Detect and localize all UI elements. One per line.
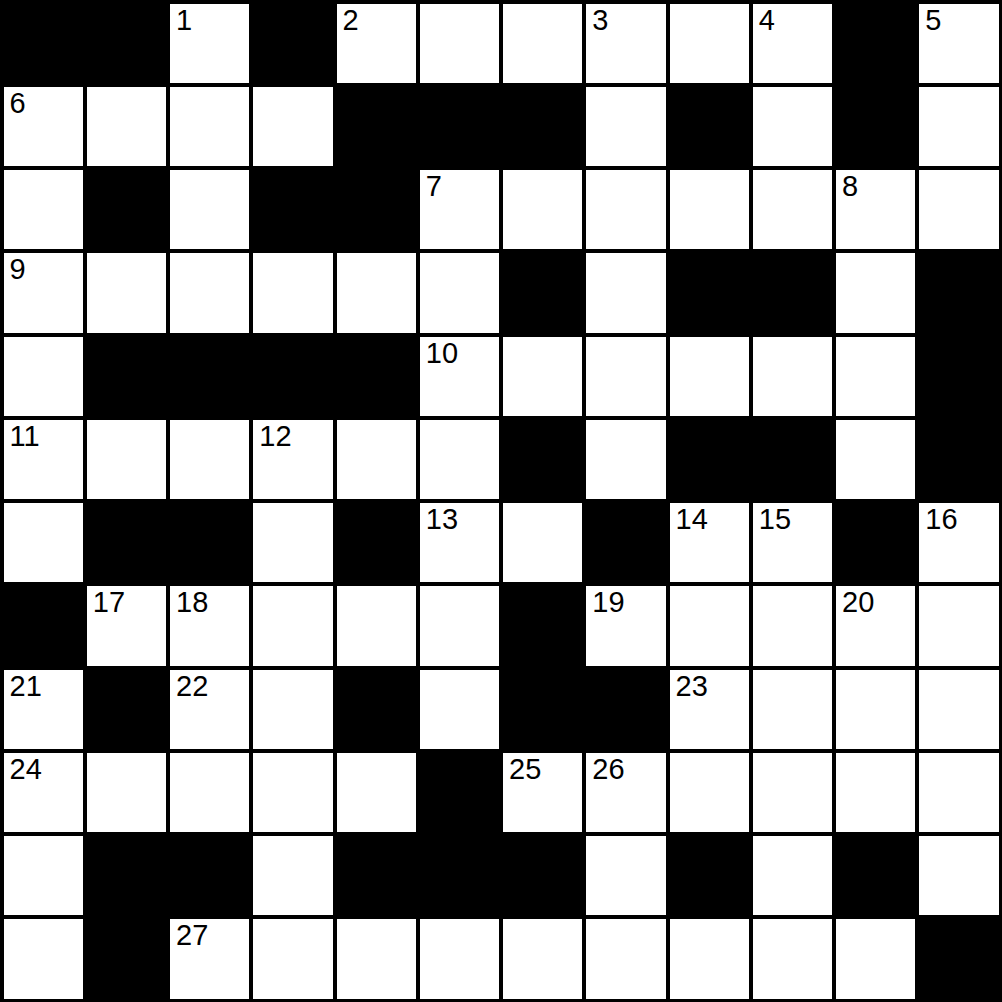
black-cell-r4-c1 [85,335,168,418]
black-cell-r1-c6 [501,85,584,168]
white-cell-r5-c10[interactable] [834,418,917,501]
clue-number: 25 [509,754,541,784]
white-cell-r4-c8[interactable] [668,335,751,418]
white-cell-r5-c0[interactable]: 11 [2,418,85,501]
white-cell-r10-c11[interactable] [917,834,1000,917]
clue-number: 1 [176,5,192,35]
white-cell-r7-c5[interactable] [418,584,501,667]
white-cell-r7-c8[interactable] [668,584,751,667]
white-cell-r4-c9[interactable] [751,335,834,418]
white-cell-r9-c2[interactable] [168,751,251,834]
black-cell-r9-c5 [418,751,501,834]
black-cell-r7-c0 [2,584,85,667]
white-cell-r8-c3[interactable] [251,668,334,751]
clue-number: 6 [10,88,26,118]
white-cell-r0-c8[interactable] [668,2,751,85]
white-cell-r11-c4[interactable] [335,917,418,1000]
white-cell-r8-c9[interactable] [751,668,834,751]
white-cell-r1-c2[interactable] [168,85,251,168]
black-cell-r1-c4 [335,85,418,168]
black-cell-r4-c2 [168,335,251,418]
white-cell-r11-c0[interactable] [2,917,85,1000]
white-cell-r2-c8[interactable] [668,168,751,251]
black-cell-r2-c3 [251,168,334,251]
clue-number: 4 [759,5,775,35]
clue-number: 2 [343,5,359,35]
clue-number: 11 [10,421,40,451]
clue-number: 27 [176,920,208,950]
white-cell-r10-c0[interactable] [2,834,85,917]
clue-number: 19 [592,587,624,617]
clue-number: 21 [10,671,42,701]
black-cell-r8-c6 [501,668,584,751]
white-cell-r11-c7[interactable] [584,917,667,1000]
white-cell-r0-c9[interactable]: 4 [751,2,834,85]
white-cell-r11-c3[interactable] [251,917,334,1000]
white-cell-r0-c4[interactable]: 2 [335,2,418,85]
white-cell-r5-c2[interactable] [168,418,251,501]
white-cell-r11-c9[interactable] [751,917,834,1000]
white-cell-r11-c6[interactable] [501,917,584,1000]
clue-number: 8 [842,171,858,201]
white-cell-r9-c8[interactable] [668,751,751,834]
black-cell-r10-c6 [501,834,584,917]
clue-number: 22 [176,671,208,701]
white-cell-r8-c0[interactable]: 21 [2,668,85,751]
white-cell-r3-c1[interactable] [85,251,168,334]
white-cell-r8-c10[interactable] [834,668,917,751]
white-cell-r2-c11[interactable] [917,168,1000,251]
black-cell-r8-c4 [335,668,418,751]
white-cell-r7-c1[interactable]: 17 [85,584,168,667]
black-cell-r6-c2 [168,501,251,584]
white-cell-r3-c4[interactable] [335,251,418,334]
white-cell-r9-c3[interactable] [251,751,334,834]
black-cell-r5-c8 [668,418,751,501]
white-cell-r7-c4[interactable] [335,584,418,667]
clue-number: 24 [10,754,42,784]
white-cell-r0-c5[interactable] [418,2,501,85]
white-cell-r7-c3[interactable] [251,584,334,667]
white-cell-r1-c7[interactable] [584,85,667,168]
clue-number: 14 [676,504,708,534]
clue-number: 26 [592,754,624,784]
white-cell-r2-c6[interactable] [501,168,584,251]
black-cell-r8-c1 [85,668,168,751]
white-cell-r9-c6[interactable]: 25 [501,751,584,834]
white-cell-r1-c11[interactable] [917,85,1000,168]
black-cell-r10-c1 [85,834,168,917]
white-cell-r0-c7[interactable]: 3 [584,2,667,85]
white-cell-r4-c7[interactable] [584,335,667,418]
black-cell-r6-c4 [335,501,418,584]
clue-number: 23 [676,671,708,701]
white-cell-r6-c11[interactable]: 16 [917,501,1000,584]
black-cell-r6-c10 [834,501,917,584]
black-cell-r0-c10 [834,2,917,85]
black-cell-r1-c8 [668,85,751,168]
black-cell-r10-c8 [668,834,751,917]
black-cell-r1-c5 [418,85,501,168]
white-cell-r6-c6[interactable] [501,501,584,584]
black-cell-r4-c11 [917,335,1000,418]
clue-number: 5 [925,5,941,35]
white-cell-r2-c5[interactable]: 7 [418,168,501,251]
white-cell-r11-c5[interactable] [418,917,501,1000]
clue-number: 13 [426,504,458,534]
black-cell-r10-c10 [834,834,917,917]
white-cell-r6-c5[interactable]: 13 [418,501,501,584]
white-cell-r9-c7[interactable]: 26 [584,751,667,834]
white-cell-r3-c7[interactable] [584,251,667,334]
clue-number: 18 [176,587,208,617]
white-cell-r2-c2[interactable] [168,168,251,251]
white-cell-r8-c11[interactable] [917,668,1000,751]
white-cell-r4-c6[interactable] [501,335,584,418]
white-cell-r1-c0[interactable]: 6 [2,85,85,168]
clue-number: 20 [842,587,874,617]
clue-number: 15 [759,504,791,534]
white-cell-r3-c3[interactable] [251,251,334,334]
clue-number: 3 [592,5,608,35]
black-cell-r2-c4 [335,168,418,251]
white-cell-r5-c1[interactable] [85,418,168,501]
white-cell-r0-c6[interactable] [501,2,584,85]
white-cell-r2-c0[interactable] [2,168,85,251]
black-cell-r3-c8 [668,251,751,334]
black-cell-r3-c11 [917,251,1000,334]
black-cell-r4-c4 [335,335,418,418]
white-cell-r11-c2[interactable]: 27 [168,917,251,1000]
clue-number: 9 [10,254,26,284]
white-cell-r3-c2[interactable] [168,251,251,334]
white-cell-r0-c2[interactable]: 1 [168,2,251,85]
white-cell-r3-c5[interactable] [418,251,501,334]
black-cell-r0-c0 [2,2,85,85]
white-cell-r9-c11[interactable] [917,751,1000,834]
white-cell-r9-c1[interactable] [85,751,168,834]
white-cell-r10-c3[interactable] [251,834,334,917]
black-cell-r3-c9 [751,251,834,334]
clue-number: 7 [426,171,442,201]
white-cell-r1-c1[interactable] [85,85,168,168]
black-cell-r1-c10 [834,85,917,168]
white-cell-r4-c5[interactable]: 10 [418,335,501,418]
clue-number: 16 [925,504,957,534]
black-cell-r6-c1 [85,501,168,584]
white-cell-r5-c5[interactable] [418,418,501,501]
white-cell-r2-c7[interactable] [584,168,667,251]
white-cell-r10-c9[interactable] [751,834,834,917]
white-cell-r8-c2[interactable]: 22 [168,668,251,751]
black-cell-r3-c6 [501,251,584,334]
white-cell-r9-c4[interactable] [335,751,418,834]
black-cell-r11-c1 [85,917,168,1000]
black-cell-r10-c4 [335,834,418,917]
white-cell-r5-c3[interactable]: 12 [251,418,334,501]
white-cell-r8-c8[interactable]: 23 [668,668,751,751]
white-cell-r7-c10[interactable]: 20 [834,584,917,667]
white-cell-r11-c10[interactable] [834,917,917,1000]
clue-number: 10 [426,338,458,368]
white-cell-r9-c9[interactable] [751,751,834,834]
white-cell-r2-c9[interactable] [751,168,834,251]
white-cell-r6-c3[interactable] [251,501,334,584]
white-cell-r10-c7[interactable] [584,834,667,917]
black-cell-r5-c11 [917,418,1000,501]
white-cell-r6-c9[interactable]: 15 [751,501,834,584]
white-cell-r6-c8[interactable]: 14 [668,501,751,584]
white-cell-r7-c9[interactable] [751,584,834,667]
black-cell-r2-c1 [85,168,168,251]
crossword-board: 1234567891011121314151617181920212223242… [0,0,1002,1002]
black-cell-r8-c7 [584,668,667,751]
white-cell-r3-c10[interactable] [834,251,917,334]
black-cell-r0-c3 [251,2,334,85]
black-cell-r6-c7 [584,501,667,584]
white-cell-r8-c5[interactable] [418,668,501,751]
white-cell-r6-c0[interactable] [2,501,85,584]
black-cell-r0-c1 [85,2,168,85]
white-cell-r5-c7[interactable] [584,418,667,501]
white-cell-r7-c7[interactable]: 19 [584,584,667,667]
white-cell-r0-c11[interactable]: 5 [917,2,1000,85]
black-cell-r4-c3 [251,335,334,418]
clue-number: 12 [259,421,291,451]
white-cell-r3-c0[interactable]: 9 [2,251,85,334]
black-cell-r5-c6 [501,418,584,501]
black-cell-r10-c2 [168,834,251,917]
white-cell-r5-c4[interactable] [335,418,418,501]
white-cell-r7-c2[interactable]: 18 [168,584,251,667]
white-cell-r4-c0[interactable] [2,335,85,418]
white-cell-r4-c10[interactable] [834,335,917,418]
white-cell-r2-c10[interactable]: 8 [834,168,917,251]
clue-number: 17 [93,587,125,617]
black-cell-r7-c6 [501,584,584,667]
white-cell-r11-c8[interactable] [668,917,751,1000]
white-cell-r9-c10[interactable] [834,751,917,834]
white-cell-r1-c3[interactable] [251,85,334,168]
white-cell-r7-c11[interactable] [917,584,1000,667]
white-cell-r9-c0[interactable]: 24 [2,751,85,834]
black-cell-r11-c11 [917,917,1000,1000]
white-cell-r1-c9[interactable] [751,85,834,168]
black-cell-r10-c5 [418,834,501,917]
black-cell-r5-c9 [751,418,834,501]
